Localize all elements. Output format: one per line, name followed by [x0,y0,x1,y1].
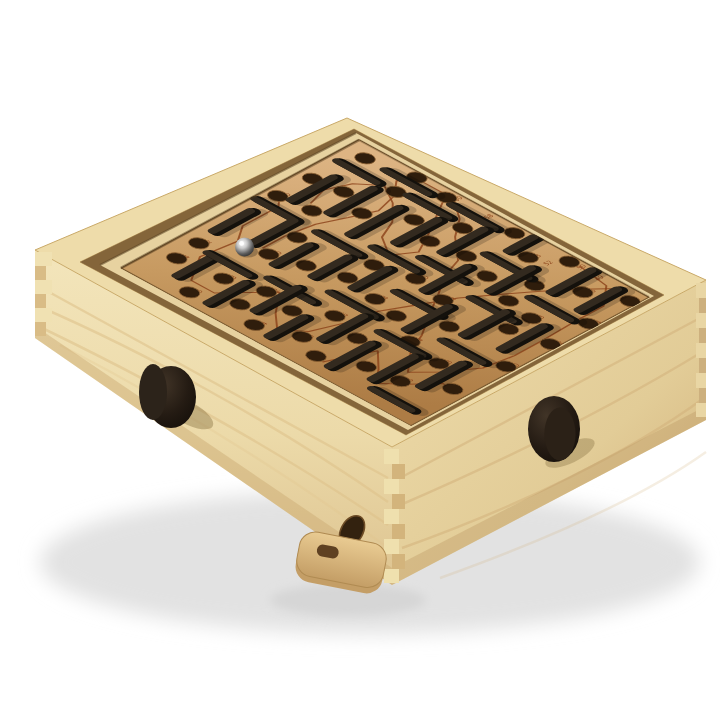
labyrinth-product-photo: 1012141618202224252628303234363840424344… [0,0,720,720]
ball-highlight [239,241,244,246]
right-knob-face [544,408,575,461]
left-knob-face [139,364,167,420]
steel-ball-sphere [235,237,254,256]
labyrinth-scene: 1012141618202224252628303234363840424344… [0,0,720,720]
